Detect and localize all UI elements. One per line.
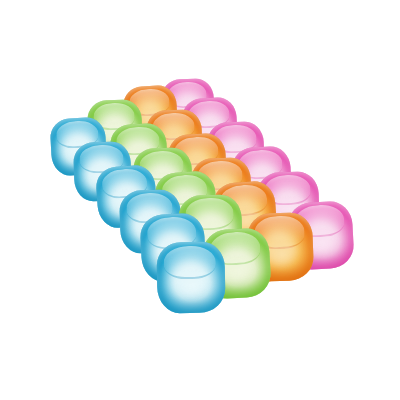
ice-cube-blue-6 [156,241,225,313]
ice-cubes-photo [0,0,400,400]
